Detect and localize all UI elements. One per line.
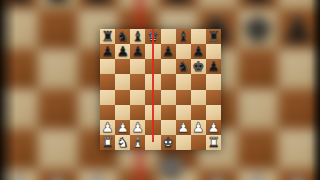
square-e6[interactable]: [161, 59, 176, 74]
square-f1[interactable]: [176, 135, 191, 150]
white-pawn: ♟: [242, 171, 274, 180]
black-pawn: ♟: [162, 0, 194, 7]
black-pawn[interactable]: ♟: [207, 60, 219, 74]
right-edge-shade: [311, 0, 320, 180]
square-e5[interactable]: [161, 74, 176, 89]
black-pawn: ♟: [82, 0, 114, 7]
square-c2[interactable]: ♟: [130, 120, 145, 135]
square-g8[interactable]: [191, 29, 206, 44]
square-g2: ♟: [238, 169, 278, 180]
square-b4: [38, 89, 78, 129]
square-g6: ♚: [238, 9, 278, 49]
blurred-white-king-icon: ♚: [156, 148, 186, 180]
square-e3[interactable]: [161, 105, 176, 120]
white-knight[interactable]: ♞: [117, 136, 129, 150]
square-f4[interactable]: [176, 90, 191, 105]
square-a7[interactable]: ♟: [100, 44, 115, 59]
square-h4[interactable]: [206, 90, 221, 105]
square-b4[interactable]: [115, 90, 130, 105]
black-pawn[interactable]: ♟: [192, 45, 204, 59]
square-e8[interactable]: [161, 29, 176, 44]
square-b2[interactable]: ♟: [115, 120, 130, 135]
square-b1[interactable]: ♞: [115, 135, 130, 150]
square-h6[interactable]: ♟: [206, 59, 221, 74]
black-pawn[interactable]: ♟: [162, 45, 174, 59]
square-a5[interactable]: [100, 74, 115, 89]
square-b7: ♟: [38, 0, 78, 9]
square-g1[interactable]: [191, 135, 206, 150]
black-knight[interactable]: ♞: [177, 60, 189, 74]
square-a6[interactable]: [100, 59, 115, 74]
square-e1[interactable]: ♚: [161, 135, 176, 150]
square-g3[interactable]: [191, 105, 206, 120]
square-c1[interactable]: ♝: [130, 135, 145, 150]
white-king[interactable]: ♚: [162, 136, 174, 150]
square-f8[interactable]: ♝: [176, 29, 191, 44]
chess-board: ♜♞♝♛♝♜♟♟♟♟♟♞♚♟♟♟♟♟♟♟♜♞♝♚♜: [100, 29, 221, 150]
white-pawn[interactable]: ♟: [207, 121, 219, 135]
square-f5[interactable]: [176, 74, 191, 89]
black-knight[interactable]: ♞: [117, 30, 129, 44]
square-h7[interactable]: [206, 44, 221, 59]
square-c6[interactable]: [130, 59, 145, 74]
white-pawn: ♟: [202, 171, 234, 180]
board-grid: ♜♞♝♛♝♜♟♟♟♟♟♞♚♟♟♟♟♟♟♟♜♞♝♚♜: [100, 29, 221, 150]
square-h3[interactable]: [206, 105, 221, 120]
black-bishop[interactable]: ♝: [177, 30, 189, 44]
white-bishop[interactable]: ♝: [132, 136, 144, 150]
black-pawn: ♟: [242, 0, 274, 7]
square-f2[interactable]: ♟: [176, 120, 191, 135]
black-pawn: ♟: [42, 0, 74, 7]
square-c4[interactable]: [130, 90, 145, 105]
square-b5: [38, 49, 78, 89]
square-e2[interactable]: [161, 120, 176, 135]
move-arrow-d1-d8: [152, 29, 155, 142]
square-g4[interactable]: [191, 90, 206, 105]
square-b7[interactable]: ♟: [115, 44, 130, 59]
square-b3[interactable]: [115, 105, 130, 120]
square-g5[interactable]: [191, 74, 206, 89]
square-e7: ♟: [158, 0, 198, 9]
black-king[interactable]: ♚: [192, 60, 204, 74]
square-b8[interactable]: ♞: [115, 29, 130, 44]
black-king: ♚: [242, 11, 274, 47]
square-g6[interactable]: ♚: [191, 59, 206, 74]
white-pawn: ♟: [42, 171, 74, 180]
square-a4[interactable]: [100, 90, 115, 105]
square-f6[interactable]: ♞: [176, 59, 191, 74]
black-rook[interactable]: ♜: [207, 30, 219, 44]
square-f2: ♟: [198, 169, 238, 180]
square-c8[interactable]: ♝: [130, 29, 145, 44]
square-a2[interactable]: ♟: [100, 120, 115, 135]
white-pawn: ♟: [282, 171, 314, 180]
white-pawn[interactable]: ♟: [177, 121, 189, 135]
square-g7[interactable]: ♟: [191, 44, 206, 59]
square-g3: [238, 129, 278, 169]
white-pawn[interactable]: ♟: [132, 121, 144, 135]
square-b6[interactable]: [115, 59, 130, 74]
square-b2: ♟: [38, 169, 78, 180]
white-pawn: ♟: [82, 171, 114, 180]
square-g4: [238, 89, 278, 129]
square-b6: [38, 9, 78, 49]
white-rook[interactable]: ♜: [102, 136, 114, 150]
square-b3: [38, 129, 78, 169]
square-e7[interactable]: ♟: [161, 44, 176, 59]
black-pawn[interactable]: ♟: [117, 45, 129, 59]
square-c7[interactable]: ♟: [130, 44, 145, 59]
square-c2: ♟: [78, 169, 118, 180]
black-pawn[interactable]: ♟: [132, 45, 144, 59]
black-bishop[interactable]: ♝: [132, 30, 144, 44]
square-h1[interactable]: ♜: [206, 135, 221, 150]
square-a1[interactable]: ♜: [100, 135, 115, 150]
square-a8[interactable]: ♜: [100, 29, 115, 44]
square-f7[interactable]: [176, 44, 191, 59]
square-h8[interactable]: ♜: [206, 29, 221, 44]
square-g5: [238, 49, 278, 89]
black-pawn: ♟: [282, 11, 314, 47]
white-pawn[interactable]: ♟: [102, 121, 114, 135]
square-h5[interactable]: [206, 74, 221, 89]
square-e4[interactable]: [161, 90, 176, 105]
black-rook[interactable]: ♜: [102, 30, 114, 44]
white-rook[interactable]: ♜: [207, 136, 219, 150]
square-a3[interactable]: [100, 105, 115, 120]
square-c7: ♟: [78, 0, 118, 9]
white-pawn[interactable]: ♟: [192, 121, 204, 135]
square-c3[interactable]: [130, 105, 145, 120]
black-pawn[interactable]: ♟: [102, 45, 114, 59]
white-pawn[interactable]: ♟: [117, 121, 129, 135]
left-edge-shade: [0, 0, 16, 180]
square-h2[interactable]: ♟: [206, 120, 221, 135]
video-frame: ♜♞♝♛♝♜♟♟♟♟♟♞♚♟♟♟♟♟♟♟♜♞♝♚♜ ♚ ♜♞♝♛♝♜♟♟♟♟♟♞…: [0, 0, 320, 180]
square-b5[interactable]: [115, 74, 130, 89]
square-c5[interactable]: [130, 74, 145, 89]
square-f3[interactable]: [176, 105, 191, 120]
square-g2[interactable]: ♟: [191, 120, 206, 135]
